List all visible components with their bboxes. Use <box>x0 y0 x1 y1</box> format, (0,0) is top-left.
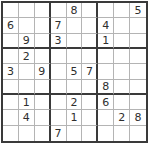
sudoku-cell-r4c4[interactable] <box>51 49 67 64</box>
sudoku-cell-r3c4[interactable]: 3 <box>51 34 67 49</box>
sudoku-cell-r5c7[interactable] <box>98 64 114 79</box>
sudoku-cell-r9c2[interactable] <box>19 126 35 141</box>
sudoku-cell-r5c1[interactable]: 3 <box>3 64 19 79</box>
sudoku-cell-r1c3[interactable] <box>35 3 51 18</box>
sudoku-cell-r7c6[interactable] <box>82 95 98 110</box>
sudoku-cell-r6c1[interactable] <box>3 80 19 95</box>
sudoku-cell-r9c6[interactable] <box>82 126 98 141</box>
sudoku-cell-r2c7[interactable]: 4 <box>98 18 114 33</box>
sudoku-cell-r4c2[interactable]: 2 <box>19 49 35 64</box>
sudoku-cell-r2c2[interactable] <box>19 18 35 33</box>
sudoku-cell-r2c5[interactable] <box>67 18 83 33</box>
sudoku-cell-r4c1[interactable] <box>3 49 19 64</box>
sudoku-cell-r5c6[interactable]: 7 <box>82 64 98 79</box>
sudoku-cell-r6c9[interactable] <box>130 80 146 95</box>
sudoku-cell-r9c8[interactable] <box>114 126 130 141</box>
sudoku-board: 8567493123957812641287 <box>1 1 148 143</box>
sudoku-cell-r7c7[interactable]: 6 <box>98 95 114 110</box>
sudoku-cell-r6c5[interactable] <box>67 80 83 95</box>
sudoku-cell-r2c9[interactable] <box>130 18 146 33</box>
sudoku-cell-r3c9[interactable] <box>130 34 146 49</box>
sudoku-cell-r7c8[interactable] <box>114 95 130 110</box>
sudoku-cell-r2c3[interactable] <box>35 18 51 33</box>
sudoku-cell-r4c6[interactable] <box>82 49 98 64</box>
sudoku-cell-r8c9[interactable]: 8 <box>130 110 146 125</box>
sudoku-cell-r9c3[interactable] <box>35 126 51 141</box>
sudoku-cell-r3c2[interactable]: 9 <box>19 34 35 49</box>
sudoku-cell-r3c8[interactable] <box>114 34 130 49</box>
sudoku-cell-r1c2[interactable] <box>19 3 35 18</box>
sudoku-cell-r6c7[interactable]: 8 <box>98 80 114 95</box>
sudoku-cell-r5c2[interactable] <box>19 64 35 79</box>
sudoku-cell-r4c3[interactable] <box>35 49 51 64</box>
sudoku-cell-r5c5[interactable]: 5 <box>67 64 83 79</box>
sudoku-cell-r1c6[interactable] <box>82 3 98 18</box>
sudoku-cell-r7c2[interactable]: 1 <box>19 95 35 110</box>
sudoku-cell-r4c7[interactable] <box>98 49 114 64</box>
sudoku-cell-r6c2[interactable] <box>19 80 35 95</box>
sudoku-cell-r9c9[interactable] <box>130 126 146 141</box>
sudoku-cell-r1c1[interactable] <box>3 3 19 18</box>
sudoku-cell-r1c4[interactable] <box>51 3 67 18</box>
sudoku-cell-r8c1[interactable] <box>3 110 19 125</box>
sudoku-cell-r2c8[interactable] <box>114 18 130 33</box>
sudoku-cell-r1c9[interactable]: 5 <box>130 3 146 18</box>
sudoku-cell-r4c8[interactable] <box>114 49 130 64</box>
sudoku-cell-r1c8[interactable] <box>114 3 130 18</box>
sudoku-cell-r4c9[interactable] <box>130 49 146 64</box>
sudoku-cell-r8c2[interactable]: 4 <box>19 110 35 125</box>
sudoku-cell-r7c5[interactable]: 2 <box>67 95 83 110</box>
sudoku-cell-r5c4[interactable] <box>51 64 67 79</box>
sudoku-cell-r6c3[interactable] <box>35 80 51 95</box>
sudoku-cell-r7c9[interactable] <box>130 95 146 110</box>
sudoku-cell-r1c7[interactable] <box>98 3 114 18</box>
sudoku-cell-r4c5[interactable] <box>67 49 83 64</box>
sudoku-cell-r5c8[interactable] <box>114 64 130 79</box>
sudoku-cell-r8c8[interactable]: 2 <box>114 110 130 125</box>
sudoku-cell-r9c7[interactable] <box>98 126 114 141</box>
sudoku-cell-r5c3[interactable]: 9 <box>35 64 51 79</box>
sudoku-cell-r3c6[interactable] <box>82 34 98 49</box>
sudoku-cell-r9c4[interactable]: 7 <box>51 126 67 141</box>
sudoku-cell-r6c8[interactable] <box>114 80 130 95</box>
sudoku-cell-r2c6[interactable] <box>82 18 98 33</box>
sudoku-cell-r8c5[interactable]: 1 <box>67 110 83 125</box>
sudoku-cell-r9c5[interactable] <box>67 126 83 141</box>
sudoku-cell-r2c4[interactable]: 7 <box>51 18 67 33</box>
sudoku-cell-r8c7[interactable] <box>98 110 114 125</box>
sudoku-cell-r7c3[interactable] <box>35 95 51 110</box>
sudoku-cell-r8c6[interactable] <box>82 110 98 125</box>
sudoku-cell-r9c1[interactable] <box>3 126 19 141</box>
sudoku-cell-r8c3[interactable] <box>35 110 51 125</box>
sudoku-cell-r8c4[interactable] <box>51 110 67 125</box>
sudoku-cell-r3c3[interactable] <box>35 34 51 49</box>
sudoku-cell-r6c4[interactable] <box>51 80 67 95</box>
sudoku-cell-r7c4[interactable] <box>51 95 67 110</box>
sudoku-cell-r3c1[interactable] <box>3 34 19 49</box>
sudoku-cell-r3c5[interactable] <box>67 34 83 49</box>
sudoku-cell-r2c1[interactable]: 6 <box>3 18 19 33</box>
sudoku-cell-r3c7[interactable]: 1 <box>98 34 114 49</box>
sudoku-cell-r5c9[interactable] <box>130 64 146 79</box>
sudoku-cell-r1c5[interactable]: 8 <box>67 3 83 18</box>
sudoku-cell-r7c1[interactable] <box>3 95 19 110</box>
sudoku-cell-r6c6[interactable] <box>82 80 98 95</box>
